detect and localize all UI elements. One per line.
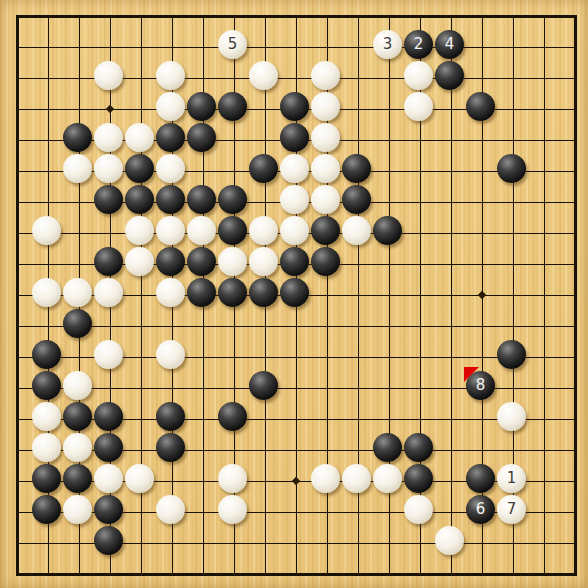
white-stone — [156, 154, 185, 183]
black-stone — [32, 371, 61, 400]
grid-line-v — [451, 15, 452, 576]
black-stone — [466, 92, 495, 121]
white-stone — [435, 526, 464, 555]
black-stone — [125, 154, 154, 183]
black-stone — [32, 340, 61, 369]
star-point — [292, 477, 300, 485]
white-stone-move-5: 5 — [218, 30, 247, 59]
white-stone — [156, 340, 185, 369]
black-stone — [187, 278, 216, 307]
white-stone — [311, 464, 340, 493]
white-stone — [404, 495, 433, 524]
white-stone — [94, 123, 123, 152]
black-stone — [435, 61, 464, 90]
black-stone — [156, 185, 185, 214]
white-stone — [311, 185, 340, 214]
white-stone-move-7: 7 — [497, 495, 526, 524]
black-stone — [187, 123, 216, 152]
white-stone — [94, 61, 123, 90]
black-stone — [249, 154, 278, 183]
grid-line-v — [544, 15, 545, 576]
white-stone — [125, 123, 154, 152]
black-stone — [156, 123, 185, 152]
black-stone — [497, 154, 526, 183]
black-stone — [187, 92, 216, 121]
black-stone — [311, 247, 340, 276]
grid-line-h — [16, 326, 577, 327]
grid-line-h — [16, 573, 577, 576]
black-stone — [342, 185, 371, 214]
grid-line-v — [574, 15, 577, 576]
black-stone — [63, 123, 92, 152]
white-stone — [32, 433, 61, 462]
white-stone — [342, 216, 371, 245]
black-stone — [404, 433, 433, 462]
black-stone — [125, 185, 154, 214]
black-stone — [63, 402, 92, 431]
white-stone — [311, 154, 340, 183]
white-stone — [218, 247, 247, 276]
black-stone — [94, 433, 123, 462]
black-stone — [311, 216, 340, 245]
black-stone — [373, 433, 402, 462]
black-stone-move-6: 6 — [466, 495, 495, 524]
black-stone — [249, 278, 278, 307]
white-stone — [187, 216, 216, 245]
white-stone — [63, 154, 92, 183]
black-stone — [156, 402, 185, 431]
white-stone — [94, 154, 123, 183]
white-stone — [497, 402, 526, 431]
white-stone — [32, 402, 61, 431]
black-stone — [94, 402, 123, 431]
white-stone — [311, 61, 340, 90]
black-stone-move-4: 4 — [435, 30, 464, 59]
white-stone — [218, 464, 247, 493]
white-stone — [94, 278, 123, 307]
go-board[interactable]: 53248167 — [0, 0, 588, 588]
black-stone-move-2: 2 — [404, 30, 433, 59]
white-stone — [63, 371, 92, 400]
white-stone — [311, 92, 340, 121]
black-stone — [32, 495, 61, 524]
black-stone — [156, 433, 185, 462]
white-stone — [280, 216, 309, 245]
white-stone — [156, 61, 185, 90]
black-stone — [249, 371, 278, 400]
black-stone — [156, 247, 185, 276]
black-stone — [218, 216, 247, 245]
black-stone — [94, 526, 123, 555]
black-stone — [342, 154, 371, 183]
black-stone — [94, 247, 123, 276]
white-stone — [94, 464, 123, 493]
white-stone-move-1: 1 — [497, 464, 526, 493]
white-stone — [249, 216, 278, 245]
black-stone — [218, 402, 247, 431]
white-stone — [32, 216, 61, 245]
white-stone — [342, 464, 371, 493]
white-stone — [373, 464, 402, 493]
white-stone — [63, 433, 92, 462]
black-stone — [280, 92, 309, 121]
black-stone — [280, 123, 309, 152]
white-stone — [63, 278, 92, 307]
black-stone — [94, 185, 123, 214]
black-stone — [218, 185, 247, 214]
white-stone — [156, 92, 185, 121]
white-stone — [156, 216, 185, 245]
star-point — [478, 291, 486, 299]
white-stone — [32, 278, 61, 307]
white-stone — [156, 495, 185, 524]
white-stone-move-3: 3 — [373, 30, 402, 59]
black-stone — [497, 340, 526, 369]
white-stone — [218, 495, 247, 524]
white-stone — [125, 247, 154, 276]
black-stone — [373, 216, 402, 245]
white-stone — [280, 185, 309, 214]
black-stone — [466, 464, 495, 493]
black-stone — [187, 247, 216, 276]
white-stone — [404, 61, 433, 90]
black-stone — [280, 247, 309, 276]
white-stone — [125, 464, 154, 493]
black-stone — [218, 92, 247, 121]
black-stone — [280, 278, 309, 307]
black-stone — [404, 464, 433, 493]
star-point — [106, 105, 114, 113]
white-stone — [249, 247, 278, 276]
white-stone — [280, 154, 309, 183]
white-stone — [249, 61, 278, 90]
black-stone — [32, 464, 61, 493]
white-stone — [125, 216, 154, 245]
white-stone — [63, 495, 92, 524]
black-stone — [63, 464, 92, 493]
black-stone — [187, 185, 216, 214]
white-stone — [156, 278, 185, 307]
black-stone — [218, 278, 247, 307]
black-stone — [63, 309, 92, 338]
white-stone — [311, 123, 340, 152]
white-stone — [404, 92, 433, 121]
black-stone — [94, 495, 123, 524]
white-stone — [94, 340, 123, 369]
